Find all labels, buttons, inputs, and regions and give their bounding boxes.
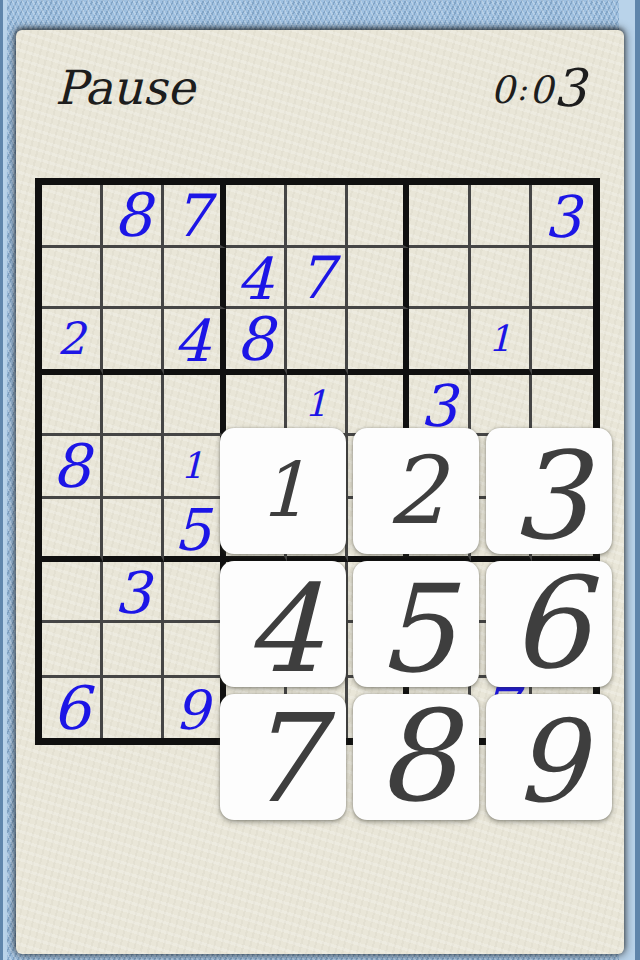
- cell-r5c3[interactable]: 1: [164, 436, 225, 499]
- given-digit-3: 3: [544, 189, 581, 247]
- given-digit-9: 9: [175, 684, 209, 738]
- denim-background: { "game": "sudoku", "position": ".87....…: [0, 0, 640, 960]
- number-pad: 123456789: [220, 428, 612, 820]
- cell-r2c2[interactable]: [103, 248, 164, 309]
- cell-r2c4[interactable]: 4: [226, 248, 287, 309]
- given-digit-4: 4: [174, 313, 211, 371]
- cell-r2c5[interactable]: 7: [287, 248, 348, 309]
- cell-r2c6[interactable]: [348, 248, 409, 309]
- cell-r7c3[interactable]: [164, 562, 225, 623]
- given-digit-8: 8: [113, 185, 151, 245]
- key-digit-7: 7: [244, 698, 322, 820]
- cell-r1c3[interactable]: 7: [164, 185, 225, 248]
- timer-value: 0:03: [491, 60, 586, 112]
- cell-r6c2[interactable]: [103, 499, 164, 563]
- cell-r3c3[interactable]: 4: [164, 309, 225, 375]
- paper-sheet: Pause 0:03 873472481138153697 123456789: [16, 30, 624, 954]
- timer-digit-3: 3: [553, 63, 586, 115]
- given-digit-3: 3: [114, 565, 151, 623]
- keypad-key-4[interactable]: 4: [220, 561, 346, 687]
- cell-r1c2[interactable]: 8: [103, 185, 164, 248]
- given-digit-7: 7: [297, 249, 334, 307]
- cell-r9c3[interactable]: 9: [164, 678, 225, 738]
- cell-r1c7[interactable]: [409, 185, 470, 248]
- key-digit-1: 1: [259, 453, 307, 529]
- key-digit-4: 4: [245, 570, 322, 691]
- cell-r8c1[interactable]: [42, 623, 103, 678]
- cell-r2c1[interactable]: [42, 248, 103, 309]
- key-digit-3: 3: [511, 437, 588, 558]
- timer-digit-0: 0: [529, 72, 553, 110]
- cell-r3c9[interactable]: [532, 309, 593, 375]
- given-digit-1: 1: [305, 386, 328, 422]
- given-digit-8: 8: [52, 436, 90, 496]
- cell-r2c9[interactable]: [532, 248, 593, 309]
- keypad-key-1[interactable]: 1: [220, 428, 346, 554]
- given-digit-5: 5: [174, 502, 211, 560]
- key-digit-9: 9: [513, 706, 585, 819]
- key-digit-6: 6: [509, 561, 589, 687]
- keypad-key-2[interactable]: 2: [353, 428, 479, 554]
- cell-r1c8[interactable]: [471, 185, 532, 248]
- cell-r5c1[interactable]: 8: [42, 436, 103, 499]
- cell-r6c1[interactable]: [42, 499, 103, 563]
- keypad-key-5[interactable]: 5: [353, 561, 479, 687]
- cell-r3c7[interactable]: [409, 309, 470, 375]
- header-bar: Pause 0:03: [16, 30, 624, 140]
- cell-r3c5[interactable]: [287, 309, 348, 375]
- given-digit-4: 4: [236, 251, 273, 309]
- cell-r2c8[interactable]: [471, 248, 532, 309]
- keypad-key-3[interactable]: 3: [486, 428, 612, 554]
- keypad-key-8[interactable]: 8: [353, 694, 479, 820]
- given-digit-2: 2: [57, 317, 85, 361]
- key-digit-5: 5: [378, 570, 455, 691]
- cell-r2c7[interactable]: [409, 248, 470, 309]
- given-digit-6: 6: [52, 678, 90, 738]
- cell-r8c2[interactable]: [103, 623, 164, 678]
- given-digit-1: 1: [488, 321, 511, 357]
- given-digit-1: 1: [181, 448, 204, 484]
- keypad-key-7[interactable]: 7: [220, 694, 346, 820]
- cell-r9c2[interactable]: [103, 678, 164, 738]
- cell-r3c2[interactable]: [103, 309, 164, 375]
- cell-r8c3[interactable]: [164, 623, 225, 678]
- cell-r4c3[interactable]: [164, 375, 225, 436]
- cell-r2c3[interactable]: [164, 248, 225, 309]
- cell-r1c9[interactable]: 3: [532, 185, 593, 248]
- given-digit-7: 7: [174, 187, 211, 245]
- cell-r3c6[interactable]: [348, 309, 409, 375]
- cell-r9c1[interactable]: 6: [42, 678, 103, 738]
- cell-r4c6[interactable]: [348, 375, 409, 436]
- cell-r1c4[interactable]: [226, 185, 287, 248]
- timer-colon: :: [515, 71, 529, 107]
- cell-r6c3[interactable]: 5: [164, 499, 225, 563]
- cell-r7c2[interactable]: 3: [103, 562, 164, 623]
- key-digit-8: 8: [376, 694, 456, 820]
- cell-r7c1[interactable]: [42, 562, 103, 623]
- cell-r4c5[interactable]: 1: [287, 375, 348, 436]
- cell-r4c2[interactable]: [103, 375, 164, 436]
- cell-r5c2[interactable]: [103, 436, 164, 499]
- cell-r1c6[interactable]: [348, 185, 409, 248]
- keypad-key-9[interactable]: 9: [486, 694, 612, 820]
- cell-r4c1[interactable]: [42, 375, 103, 436]
- cell-r3c8[interactable]: 1: [471, 309, 532, 375]
- cell-r1c5[interactable]: [287, 185, 348, 248]
- cell-r4c4[interactable]: [226, 375, 287, 436]
- cell-r1c1[interactable]: [42, 185, 103, 248]
- timer-digit-0: 0: [491, 72, 515, 110]
- cell-r3c1[interactable]: 2: [42, 309, 103, 375]
- pause-button[interactable]: Pause: [55, 60, 195, 115]
- cell-r3c4[interactable]: 8: [226, 309, 287, 375]
- cell-r4c7[interactable]: 3: [409, 375, 470, 436]
- keypad-key-6[interactable]: 6: [486, 561, 612, 687]
- key-digit-2: 2: [386, 444, 445, 537]
- given-digit-8: 8: [236, 309, 274, 369]
